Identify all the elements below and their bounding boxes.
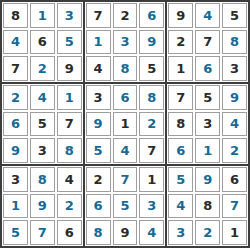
cell-r8c2[interactable]: 9 [30, 194, 55, 219]
cell-r3c9[interactable]: 3 [222, 56, 247, 81]
cell-r9c8[interactable]: 2 [195, 220, 220, 245]
cell-r2c5[interactable]: 3 [113, 30, 138, 55]
cell-r6c6[interactable]: 7 [139, 138, 164, 163]
sudoku-box-8: 271653894 [84, 165, 167, 247]
sudoku-box-5: 368912547 [84, 83, 167, 165]
cell-r7c9[interactable]: 6 [222, 167, 247, 192]
cell-r9c9[interactable]: 1 [222, 220, 247, 245]
cell-r7c5[interactable]: 7 [113, 167, 138, 192]
cell-r7c2[interactable]: 8 [30, 167, 55, 192]
cell-r6c4[interactable]: 5 [86, 138, 111, 163]
sudoku-box-3: 945278163 [166, 1, 249, 83]
cell-r1c6[interactable]: 6 [139, 3, 164, 28]
cell-r4c6[interactable]: 8 [139, 85, 164, 110]
cell-r3c6[interactable]: 5 [139, 56, 164, 81]
cell-r1c9[interactable]: 5 [222, 3, 247, 28]
cell-r2c4[interactable]: 1 [86, 30, 111, 55]
cell-r1c3[interactable]: 3 [57, 3, 82, 28]
cell-r2c9[interactable]: 8 [222, 30, 247, 55]
cell-r6c5[interactable]: 4 [113, 138, 138, 163]
cell-r8c5[interactable]: 5 [113, 194, 138, 219]
cell-r5c5[interactable]: 1 [113, 112, 138, 137]
sudoku-box-4: 241657938 [1, 83, 84, 165]
cell-r8c1[interactable]: 1 [3, 194, 28, 219]
cell-r1c8[interactable]: 4 [195, 3, 220, 28]
cell-r9c4[interactable]: 8 [86, 220, 111, 245]
cell-r2c8[interactable]: 7 [195, 30, 220, 55]
cell-r4c5[interactable]: 6 [113, 85, 138, 110]
sudoku-box-9: 596487321 [166, 165, 249, 247]
cell-r2c3[interactable]: 5 [57, 30, 82, 55]
cell-r7c3[interactable]: 4 [57, 167, 82, 192]
cell-r9c6[interactable]: 4 [139, 220, 164, 245]
cell-r2c6[interactable]: 9 [139, 30, 164, 55]
cell-r1c2[interactable]: 1 [30, 3, 55, 28]
sudoku-box-6: 759834612 [166, 83, 249, 165]
cell-r8c7[interactable]: 4 [168, 194, 193, 219]
cell-r5c7[interactable]: 8 [168, 112, 193, 137]
cell-r5c6[interactable]: 2 [139, 112, 164, 137]
sudoku-box-7: 384192576 [1, 165, 84, 247]
cell-r3c2[interactable]: 2 [30, 56, 55, 81]
cell-r5c1[interactable]: 6 [3, 112, 28, 137]
cell-r3c8[interactable]: 6 [195, 56, 220, 81]
cell-r2c7[interactable]: 2 [168, 30, 193, 55]
cell-r4c3[interactable]: 1 [57, 85, 82, 110]
cell-r1c4[interactable]: 7 [86, 3, 111, 28]
cell-r8c9[interactable]: 7 [222, 194, 247, 219]
cell-r8c8[interactable]: 8 [195, 194, 220, 219]
cell-r5c9[interactable]: 4 [222, 112, 247, 137]
cell-r8c3[interactable]: 2 [57, 194, 82, 219]
cell-r6c8[interactable]: 1 [195, 138, 220, 163]
cell-r7c8[interactable]: 9 [195, 167, 220, 192]
cell-r7c6[interactable]: 1 [139, 167, 164, 192]
cell-r1c7[interactable]: 9 [168, 3, 193, 28]
cell-r6c3[interactable]: 8 [57, 138, 82, 163]
cell-r7c1[interactable]: 3 [3, 167, 28, 192]
cell-r9c2[interactable]: 7 [30, 220, 55, 245]
cell-r4c9[interactable]: 9 [222, 85, 247, 110]
cell-r3c5[interactable]: 8 [113, 56, 138, 81]
cell-r8c4[interactable]: 6 [86, 194, 111, 219]
sudoku-box-1: 813465729 [1, 1, 84, 83]
cell-r5c2[interactable]: 5 [30, 112, 55, 137]
cell-r4c2[interactable]: 4 [30, 85, 55, 110]
cell-r2c1[interactable]: 4 [3, 30, 28, 55]
cell-r5c8[interactable]: 3 [195, 112, 220, 137]
cell-r6c1[interactable]: 9 [3, 138, 28, 163]
cell-r4c7[interactable]: 7 [168, 85, 193, 110]
cell-r7c7[interactable]: 5 [168, 167, 193, 192]
cell-r9c1[interactable]: 5 [3, 220, 28, 245]
cell-r3c4[interactable]: 4 [86, 56, 111, 81]
cell-r6c9[interactable]: 2 [222, 138, 247, 163]
cell-r4c8[interactable]: 5 [195, 85, 220, 110]
cell-r6c2[interactable]: 3 [30, 138, 55, 163]
cell-r8c6[interactable]: 3 [139, 194, 164, 219]
cell-r7c4[interactable]: 2 [86, 167, 111, 192]
cell-r3c3[interactable]: 9 [57, 56, 82, 81]
cell-r4c4[interactable]: 3 [86, 85, 111, 110]
cell-r2c2[interactable]: 6 [30, 30, 55, 55]
cell-r9c5[interactable]: 9 [113, 220, 138, 245]
sudoku-box-2: 726139485 [84, 1, 167, 83]
cell-r1c5[interactable]: 2 [113, 3, 138, 28]
cell-r5c3[interactable]: 7 [57, 112, 82, 137]
sudoku-board: 8134657297261394859452781632416579383689… [0, 0, 250, 248]
cell-r3c1[interactable]: 7 [3, 56, 28, 81]
cell-r9c3[interactable]: 6 [57, 220, 82, 245]
cell-r9c7[interactable]: 3 [168, 220, 193, 245]
cell-r4c1[interactable]: 2 [3, 85, 28, 110]
cell-r6c7[interactable]: 6 [168, 138, 193, 163]
cell-r1c1[interactable]: 8 [3, 3, 28, 28]
cell-r3c7[interactable]: 1 [168, 56, 193, 81]
cell-r5c4[interactable]: 9 [86, 112, 111, 137]
